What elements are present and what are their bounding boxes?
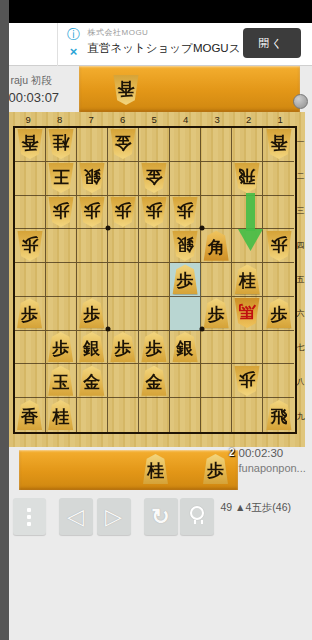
board-cell-26[interactable]: 馬 [232,297,263,331]
piece-glyph: 金 [83,374,100,391]
ad-title[interactable]: 直営ネットショップMOGUストア [88,41,238,56]
board-cell-28[interactable]: 歩 [232,364,263,398]
piece-glyph: 銀 [83,168,100,185]
piece-glyph: 金 [145,168,162,185]
piece-glyph: 歩 [145,340,162,357]
board-cell-73[interactable]: 歩 [77,196,108,230]
shogi-piece-歩-gote[interactable]: 歩 [48,197,74,227]
shogi-piece-馬-gote[interactable]: 馬 [234,298,260,328]
board-cell-89[interactable]: 桂 [46,398,77,432]
board-cell-11[interactable]: 香 [263,128,294,162]
hand-piece-桂[interactable]: 桂 [143,454,169,484]
shogi-piece-歩-gote[interactable]: 歩 [172,197,198,227]
ad-company-name: 株式会社MOGU [88,27,238,38]
collapse-circle-button[interactable] [293,94,308,109]
board-cell-97[interactable] [15,331,46,365]
shogi-piece-金-gote[interactable]: 金 [141,163,167,193]
kebab-menu-icon [27,515,31,519]
board-cell-58[interactable]: 金 [139,364,170,398]
last-move-text: 49 ▲4五歩(46) [221,501,292,515]
board-cell-84[interactable] [46,229,77,263]
board-cell-57[interactable]: 歩 [139,331,170,365]
board-cell-94[interactable]: 歩 [15,229,46,263]
board-cell-76[interactable]: 歩 [77,297,108,331]
board-cell-96[interactable]: 歩 [15,297,46,331]
shogi-piece-歩-sente[interactable]: 歩 [48,332,74,362]
board-cell-24[interactable] [232,229,263,263]
board-cell-48[interactable] [170,364,201,398]
lightbulb-icon [190,506,204,520]
file-label: 8 [44,113,76,126]
shogi-piece-飛-sente[interactable]: 飛 [266,400,292,430]
board-cell-59[interactable] [139,398,170,432]
piece-glyph: 桂 [52,408,69,425]
shogi-piece-桂-gote[interactable]: 桂 [48,129,74,159]
ad-open-button[interactable]: 開く [243,28,301,58]
board-cell-95[interactable] [15,263,46,297]
board-cell-63[interactable]: 歩 [108,196,139,230]
board-cell-54[interactable] [139,229,170,263]
shogi-piece-銀-gote[interactable]: 銀 [79,163,105,193]
board-cell-18[interactable] [263,364,294,398]
board-cell-17[interactable] [263,331,294,365]
board-cell-46[interactable] [170,297,201,331]
board-cell-22[interactable]: 飛 [232,162,263,196]
piece-glyph: 歩 [83,202,100,219]
board-cell-34[interactable]: 角 [201,229,232,263]
shogi-piece-歩-sente[interactable]: 歩 [203,298,229,328]
board-cell-37[interactable] [201,331,232,365]
file-label: 4 [170,113,202,126]
ad-close-icon[interactable]: × [66,44,82,61]
board-cell-55[interactable] [139,263,170,297]
board-cell-68[interactable] [108,364,139,398]
star-point [105,327,110,332]
piece-glyph: 歩 [239,371,256,388]
shogi-piece-飛-gote[interactable]: 飛 [234,163,260,193]
shogi-piece-金-gote[interactable]: 金 [110,129,136,159]
piece-glyph: 歩 [52,340,69,357]
piece-glyph: 王 [52,168,69,185]
board-cell-86[interactable] [46,297,77,331]
shogi-piece-香-gote[interactable]: 香 [113,75,139,105]
piece-glyph: 金 [145,374,162,391]
star-point [105,226,110,231]
ad-card: ⓘ × 株式会社MOGU 直営ネットショップMOGUストア 開く [57,23,307,66]
ad-info-icon[interactable]: ⓘ [66,27,82,44]
board-cell-19[interactable]: 飛 [263,398,294,432]
piece-glyph: 歩 [21,236,38,253]
board-grid: 香桂金香王銀金飛歩歩歩歩歩歩銀角歩歩桂歩歩歩馬歩歩銀歩歩銀玉金金歩香桂飛 [13,126,297,434]
shogi-piece-銀-gote[interactable]: 銀 [172,231,198,261]
board-cell-83[interactable]: 歩 [46,196,77,230]
board-cell-81[interactable]: 桂 [46,128,77,162]
board-cell-21[interactable] [232,128,263,162]
piece-glyph: 飛 [239,168,256,185]
rank-label: 一 [297,126,305,160]
board-cell-93[interactable] [15,196,46,230]
board-cell-14[interactable]: 歩 [263,229,294,263]
board-cell-32[interactable] [201,162,232,196]
shogi-piece-銀-sente[interactable]: 銀 [79,332,105,362]
shogi-piece-桂-sente[interactable]: 桂 [143,454,169,484]
piece-glyph: 歩 [177,272,194,289]
board-cell-31[interactable] [201,128,232,162]
hand-piece-香[interactable]: 香 [113,75,139,105]
board-cell-69[interactable] [108,398,139,432]
board-cell-52[interactable]: 金 [139,162,170,196]
board-cell-39[interactable] [201,398,232,432]
board-cell-15[interactable] [263,263,294,297]
ad-texts: 株式会社MOGU 直営ネットショップMOGUストア [88,27,238,56]
shogi-piece-歩-sente[interactable]: 歩 [172,264,198,294]
file-label: 3 [202,113,234,126]
rotate-board-button[interactable]: ↻ [144,498,178,535]
board-cell-71[interactable] [77,128,108,162]
kebab-menu-icon [27,508,31,512]
star-point [199,226,204,231]
star-point [199,327,204,332]
rotate-icon: ↻ [151,506,169,528]
board-cell-91[interactable]: 香 [15,128,46,162]
piece-glyph: 歩 [114,202,131,219]
rank-label: 九 [297,400,305,434]
piece-glyph: 歩 [114,340,131,357]
board-cell-64[interactable] [108,229,139,263]
board-cell-99[interactable]: 香 [15,398,46,432]
file-label: 2 [233,113,265,126]
board-cell-45[interactable]: 歩 [170,263,201,297]
piece-glyph: 歩 [208,306,225,323]
opponent-clock: 00:03:07 [9,90,60,105]
gote-captured-tray[interactable]: 香 [79,66,300,112]
board-cell-13[interactable] [263,196,294,230]
board-cell-88[interactable]: 玉 [46,364,77,398]
board-cell-43[interactable]: 歩 [170,196,201,230]
board-cell-44[interactable]: 銀 [170,229,201,263]
shogi-piece-玉-sente[interactable]: 玉 [48,366,74,396]
piece-glyph: 香 [21,134,38,151]
file-label: 7 [76,113,108,126]
back-triangle-icon: ◁ [67,506,84,528]
board-cell-23[interactable] [232,196,263,230]
piece-glyph: 桂 [52,134,69,151]
shogi-piece-角-sente[interactable]: 角 [203,231,229,261]
board-cell-51[interactable] [139,128,170,162]
piece-glyph: 歩 [207,462,224,479]
shogi-piece-歩-sente[interactable]: 歩 [79,298,105,328]
piece-glyph: 金 [114,134,131,151]
shogi-piece-歩-gote[interactable]: 歩 [17,231,43,261]
piece-glyph: 桂 [239,272,256,289]
file-label: 5 [139,113,171,126]
app-screen: ⓘ × 株式会社MOGU 直営ネットショップMOGUストア 開く raju 初段… [9,0,312,640]
shogi-piece-歩-sente[interactable]: 歩 [203,454,229,484]
piece-glyph: 玉 [52,374,69,391]
piece-glyph: 歩 [21,306,38,323]
board-cell-92[interactable] [15,162,46,196]
shogi-piece-歩-sente[interactable]: 歩 [110,332,136,362]
board-cell-98[interactable] [15,364,46,398]
piece-glyph: 歩 [52,202,69,219]
file-label: 9 [13,113,45,126]
piece-glyph: 歩 [83,306,100,323]
piece-glyph: 銀 [177,236,194,253]
file-labels: 987654321 [13,113,297,126]
piece-glyph: 香 [21,408,38,425]
shogi-piece-歩-sente[interactable]: 歩 [266,298,292,328]
player-clock: 00:02:30 [239,447,284,459]
piece-glyph: 馬 [239,303,256,320]
move-back-button[interactable]: ◁ [59,498,93,535]
board-cell-66[interactable] [108,297,139,331]
shogi-piece-歩-gote[interactable]: 歩 [79,197,105,227]
board-cell-12[interactable] [263,162,294,196]
piece-glyph: 歩 [270,236,287,253]
board-cell-33[interactable] [201,196,232,230]
board-cell-38[interactable] [201,364,232,398]
board-cell-67[interactable]: 歩 [108,331,139,365]
board-cell-62[interactable] [108,162,139,196]
ad-icon-column: ⓘ × [66,27,82,63]
board-cell-42[interactable] [170,162,201,196]
piece-glyph: 歩 [145,202,162,219]
shogi-piece-桂-sente[interactable]: 桂 [48,400,74,430]
board-cell-65[interactable] [108,263,139,297]
shogi-piece-歩-gote[interactable]: 歩 [110,197,136,227]
board-cell-85[interactable] [46,263,77,297]
shogi-piece-歩-sente[interactable]: 歩 [17,298,43,328]
board-cell-47[interactable]: 銀 [170,331,201,365]
board-cell-78[interactable]: 金 [77,364,108,398]
board-cell-53[interactable]: 歩 [139,196,170,230]
piece-glyph: 桂 [147,462,164,479]
board-cell-35[interactable] [201,263,232,297]
piece-glyph: 角 [208,239,225,256]
shogi-piece-香-gote[interactable]: 香 [266,129,292,159]
board-cell-72[interactable]: 銀 [77,162,108,196]
menu-button[interactable] [13,498,46,535]
shogi-piece-香-gote[interactable]: 香 [17,129,43,159]
rank-label: 七 [297,331,305,365]
board-cell-87[interactable]: 歩 [46,331,77,365]
shogi-piece-金-sente[interactable]: 金 [79,366,105,396]
file-label: 6 [107,113,139,126]
board-cell-75[interactable] [77,263,108,297]
board-cell-74[interactable] [77,229,108,263]
board-cell-27[interactable] [232,331,263,365]
shogi-piece-金-sente[interactable]: 金 [141,366,167,396]
board-cell-29[interactable] [232,398,263,432]
file-label: 1 [265,113,297,126]
shogi-piece-歩-gote[interactable]: 歩 [141,197,167,227]
shogi-piece-桂-sente[interactable]: 桂 [234,264,260,294]
piece-glyph: 香 [270,134,287,151]
move-forward-button[interactable]: ▷ [97,498,131,535]
shogi-piece-歩-gote[interactable]: 歩 [266,231,292,261]
piece-glyph: 銀 [177,340,194,357]
shogi-piece-香-sente[interactable]: 香 [17,400,43,430]
opponent-name: raju 初段 [11,74,52,88]
sente-captured-tray[interactable]: 桂歩2 [19,450,238,490]
rank-label: 五 [297,263,305,297]
rank-label: 四 [297,229,305,263]
piece-glyph: 銀 [83,340,100,357]
status-bar [9,0,312,23]
ad-banner: ⓘ × 株式会社MOGU 直営ネットショップMOGUストア 開く [9,23,312,66]
rank-label: 二 [297,160,305,194]
hand-piece-歩[interactable]: 歩2 [203,454,229,484]
kebab-menu-icon [27,522,31,526]
shogi-piece-王-gote[interactable]: 王 [48,163,74,193]
board-cell-16[interactable]: 歩 [263,297,294,331]
board-cell-61[interactable]: 金 [108,128,139,162]
piece-glyph: 歩 [177,202,194,219]
board-cell-36[interactable]: 歩 [201,297,232,331]
board-cell-79[interactable] [77,398,108,432]
rank-label: 三 [297,194,305,228]
rank-label: 六 [297,297,305,331]
board-cell-41[interactable] [170,128,201,162]
hint-button[interactable] [180,498,214,535]
piece-glyph: 香 [117,80,134,97]
hand-piece-count: 2 [229,447,235,458]
board-cell-77[interactable]: 銀 [77,331,108,365]
shogi-piece-歩-sente[interactable]: 歩 [141,332,167,362]
board-cell-56[interactable] [139,297,170,331]
player-name: funaponpon... [239,462,306,474]
board-cell-25[interactable]: 桂 [232,263,263,297]
piece-glyph: 飛 [270,408,287,425]
board-cell-82[interactable]: 王 [46,162,77,196]
forward-triangle-icon: ▷ [105,506,122,528]
rank-label: 八 [297,365,305,399]
board-cell-49[interactable] [170,398,201,432]
shogi-board: 987654321 一二三四五六七八九 香桂金香王銀金飛歩歩歩歩歩歩銀角歩歩桂歩… [9,112,305,447]
rank-labels: 一二三四五六七八九 [297,126,305,434]
shogi-piece-銀-sente[interactable]: 銀 [172,332,198,362]
piece-glyph: 歩 [270,306,287,323]
shogi-piece-歩-gote[interactable]: 歩 [234,366,260,396]
